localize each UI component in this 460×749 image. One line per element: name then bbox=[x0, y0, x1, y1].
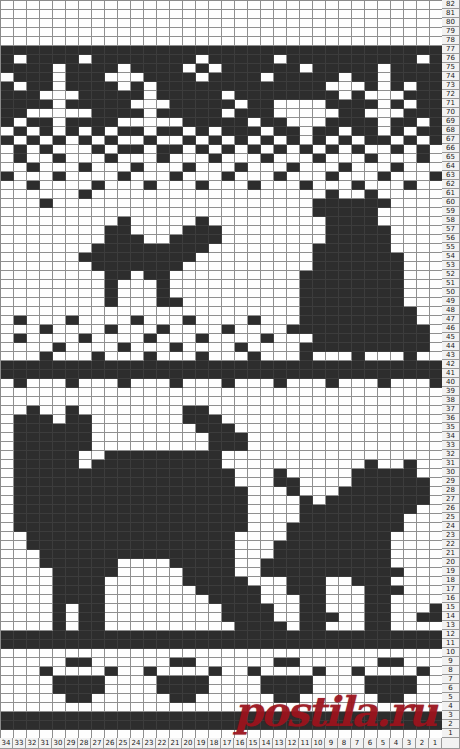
grid-cell bbox=[92, 667, 105, 676]
grid-cell bbox=[170, 676, 183, 685]
grid-cell bbox=[118, 280, 131, 289]
grid-cell bbox=[131, 82, 144, 91]
grid-cell bbox=[313, 667, 326, 676]
grid-cell bbox=[274, 613, 287, 622]
grid-cell bbox=[300, 460, 313, 469]
grid-cell bbox=[27, 235, 40, 244]
grid-cell bbox=[417, 181, 430, 190]
grid-cell bbox=[313, 208, 326, 217]
grid-cell bbox=[92, 496, 105, 505]
grid-cell bbox=[40, 613, 53, 622]
grid-cell bbox=[196, 577, 209, 586]
grid-cell bbox=[27, 379, 40, 388]
grid-cell bbox=[209, 406, 222, 415]
grid-cell bbox=[118, 82, 131, 91]
grid-cell bbox=[183, 154, 196, 163]
grid-cell bbox=[404, 307, 417, 316]
grid-cell bbox=[391, 604, 404, 613]
grid-cell bbox=[378, 82, 391, 91]
grid-cell bbox=[287, 388, 300, 397]
grid-cell bbox=[235, 415, 248, 424]
col-label: 11 bbox=[299, 738, 312, 749]
grid-cell bbox=[222, 703, 235, 712]
grid-cell bbox=[105, 82, 118, 91]
grid-cell bbox=[339, 469, 352, 478]
grid-cell bbox=[313, 487, 326, 496]
grid-cell bbox=[339, 676, 352, 685]
grid-cell bbox=[274, 397, 287, 406]
grid-cell bbox=[40, 325, 53, 334]
grid-cell bbox=[313, 82, 326, 91]
grid-cell bbox=[235, 577, 248, 586]
grid-cell bbox=[53, 55, 66, 64]
grid-cell bbox=[92, 325, 105, 334]
grid-cell bbox=[144, 361, 157, 370]
grid-cell bbox=[1, 19, 14, 28]
grid-cell bbox=[118, 100, 131, 109]
grid-cell bbox=[404, 622, 417, 631]
grid-cell bbox=[118, 505, 131, 514]
grid-cell bbox=[391, 325, 404, 334]
grid-cell bbox=[183, 127, 196, 136]
row-label: 79 bbox=[442, 27, 460, 36]
grid-cell bbox=[417, 289, 430, 298]
grid-cell bbox=[92, 487, 105, 496]
grid-cell bbox=[27, 253, 40, 262]
grid-cell bbox=[14, 46, 27, 55]
grid-cell bbox=[352, 559, 365, 568]
grid-cell bbox=[131, 613, 144, 622]
grid-cell bbox=[222, 442, 235, 451]
grid-cell bbox=[66, 406, 79, 415]
grid-cell bbox=[105, 361, 118, 370]
grid-cell bbox=[53, 343, 66, 352]
grid-cell bbox=[118, 451, 131, 460]
grid-cell bbox=[170, 649, 183, 658]
grid-cell bbox=[235, 145, 248, 154]
grid-cell bbox=[209, 73, 222, 82]
grid-cell bbox=[14, 262, 27, 271]
grid-cell bbox=[118, 73, 131, 82]
grid-cell bbox=[196, 487, 209, 496]
grid-cell bbox=[248, 343, 261, 352]
grid-cell bbox=[118, 415, 131, 424]
row-label: 71 bbox=[442, 99, 460, 108]
grid-cell bbox=[248, 676, 261, 685]
grid-cell bbox=[300, 91, 313, 100]
grid-cell bbox=[404, 604, 417, 613]
grid-cell bbox=[339, 172, 352, 181]
grid-cell bbox=[365, 226, 378, 235]
grid-cell bbox=[404, 649, 417, 658]
grid-cell bbox=[417, 325, 430, 334]
grid-cell bbox=[170, 496, 183, 505]
grid-cell bbox=[326, 10, 339, 19]
grid-cell bbox=[131, 631, 144, 640]
grid-cell bbox=[313, 244, 326, 253]
grid-cell bbox=[365, 667, 378, 676]
grid-cell bbox=[183, 208, 196, 217]
grid-cell bbox=[105, 388, 118, 397]
grid-cell bbox=[14, 361, 27, 370]
grid-cell bbox=[170, 568, 183, 577]
grid-cell bbox=[313, 568, 326, 577]
grid-cell bbox=[274, 280, 287, 289]
grid-cell bbox=[131, 604, 144, 613]
grid-cell bbox=[92, 550, 105, 559]
grid-cell bbox=[40, 469, 53, 478]
grid-cell bbox=[209, 460, 222, 469]
grid-cell bbox=[391, 676, 404, 685]
grid-cell bbox=[339, 280, 352, 289]
grid-cell bbox=[144, 712, 157, 721]
grid-cell bbox=[222, 523, 235, 532]
grid-cell bbox=[27, 541, 40, 550]
grid-cell bbox=[391, 55, 404, 64]
grid-cell bbox=[261, 712, 274, 721]
grid-cell bbox=[339, 442, 352, 451]
grid-cell bbox=[66, 469, 79, 478]
grid-cell bbox=[339, 424, 352, 433]
grid-cell bbox=[378, 145, 391, 154]
grid-cell bbox=[339, 415, 352, 424]
grid-cell bbox=[1, 10, 14, 19]
row-label: 47 bbox=[442, 315, 460, 324]
grid-cell bbox=[131, 649, 144, 658]
grid-cell bbox=[53, 217, 66, 226]
grid-cell bbox=[235, 226, 248, 235]
grid-cell bbox=[274, 721, 287, 730]
row-label: 50 bbox=[442, 288, 460, 297]
grid-cell bbox=[170, 280, 183, 289]
grid-cell bbox=[417, 406, 430, 415]
row-label: 31 bbox=[442, 459, 460, 468]
row-label: 68 bbox=[442, 126, 460, 135]
grid-cell bbox=[352, 406, 365, 415]
grid-cell bbox=[66, 10, 79, 19]
grid-cell bbox=[222, 127, 235, 136]
grid-cell bbox=[365, 100, 378, 109]
grid-cell bbox=[287, 460, 300, 469]
grid-cell bbox=[287, 145, 300, 154]
grid-cell bbox=[40, 478, 53, 487]
grid-cell bbox=[404, 433, 417, 442]
grid-cell bbox=[326, 118, 339, 127]
grid-cell bbox=[14, 289, 27, 298]
grid-cell bbox=[222, 397, 235, 406]
grid-cell bbox=[53, 568, 66, 577]
grid-cell bbox=[326, 127, 339, 136]
grid-cell bbox=[144, 181, 157, 190]
grid-cell bbox=[352, 262, 365, 271]
grid-cell bbox=[378, 676, 391, 685]
grid-cell bbox=[339, 721, 352, 730]
grid-cell bbox=[196, 514, 209, 523]
grid-cell bbox=[157, 559, 170, 568]
grid-cell bbox=[365, 127, 378, 136]
grid-cell bbox=[40, 343, 53, 352]
grid-cell bbox=[170, 424, 183, 433]
grid-cell bbox=[248, 559, 261, 568]
grid-cell bbox=[105, 613, 118, 622]
grid-cell bbox=[118, 541, 131, 550]
grid-cell bbox=[66, 46, 79, 55]
grid-cell bbox=[1, 244, 14, 253]
grid-cell bbox=[261, 397, 274, 406]
grid-cell bbox=[300, 109, 313, 118]
grid-cell bbox=[261, 622, 274, 631]
grid-cell bbox=[66, 505, 79, 514]
grid-cell bbox=[404, 370, 417, 379]
grid-cell bbox=[157, 181, 170, 190]
grid-cell bbox=[365, 640, 378, 649]
grid-cell bbox=[1, 469, 14, 478]
grid-cell bbox=[131, 712, 144, 721]
grid-cell bbox=[40, 703, 53, 712]
grid-cell bbox=[378, 505, 391, 514]
grid-cell bbox=[92, 163, 105, 172]
grid-cell bbox=[261, 64, 274, 73]
grid-cell bbox=[209, 703, 222, 712]
grid-cell bbox=[326, 1, 339, 10]
grid-cell bbox=[222, 532, 235, 541]
grid-cell bbox=[92, 55, 105, 64]
grid-cell bbox=[105, 334, 118, 343]
grid-cell bbox=[313, 190, 326, 199]
grid-cell bbox=[339, 559, 352, 568]
grid-cell bbox=[92, 37, 105, 46]
grid-cell bbox=[183, 460, 196, 469]
grid-cell bbox=[1, 91, 14, 100]
grid-cell bbox=[196, 334, 209, 343]
row-label: 16 bbox=[442, 594, 460, 603]
grid-cell bbox=[183, 145, 196, 154]
grid-cell bbox=[248, 19, 261, 28]
grid-cell bbox=[92, 541, 105, 550]
grid-cell bbox=[105, 415, 118, 424]
grid-cell bbox=[27, 64, 40, 73]
grid-cell bbox=[378, 28, 391, 37]
grid-cell bbox=[378, 712, 391, 721]
grid-cell bbox=[183, 280, 196, 289]
grid-cell bbox=[300, 622, 313, 631]
grid-cell bbox=[326, 703, 339, 712]
grid-cell bbox=[14, 622, 27, 631]
grid-cell bbox=[248, 397, 261, 406]
grid-cell bbox=[378, 235, 391, 244]
grid-cell bbox=[287, 379, 300, 388]
grid-cell bbox=[79, 100, 92, 109]
grid-cell bbox=[326, 73, 339, 82]
grid-cell bbox=[53, 415, 66, 424]
grid-cell bbox=[326, 253, 339, 262]
grid-cell bbox=[53, 397, 66, 406]
grid-cell bbox=[183, 451, 196, 460]
grid-cell bbox=[352, 649, 365, 658]
grid-cell bbox=[404, 361, 417, 370]
grid-cell bbox=[170, 19, 183, 28]
grid-cell bbox=[313, 460, 326, 469]
grid-cell bbox=[404, 280, 417, 289]
grid-cell bbox=[300, 307, 313, 316]
grid-cell bbox=[92, 280, 105, 289]
grid-cell bbox=[79, 118, 92, 127]
grid-cell bbox=[40, 64, 53, 73]
grid-cell bbox=[1, 406, 14, 415]
grid-cell bbox=[118, 127, 131, 136]
grid-cell bbox=[404, 694, 417, 703]
row-label: 30 bbox=[442, 468, 460, 477]
grid-cell bbox=[352, 181, 365, 190]
grid-cell bbox=[274, 127, 287, 136]
grid-cell bbox=[313, 451, 326, 460]
grid-cell bbox=[339, 64, 352, 73]
col-label: 1 bbox=[429, 738, 442, 749]
grid-cell bbox=[196, 541, 209, 550]
grid-cell bbox=[287, 424, 300, 433]
grid-cell bbox=[274, 136, 287, 145]
grid-cell bbox=[92, 334, 105, 343]
grid-cell bbox=[274, 478, 287, 487]
grid-cell bbox=[339, 568, 352, 577]
grid-cell bbox=[326, 82, 339, 91]
grid-cell bbox=[170, 136, 183, 145]
grid-cell bbox=[391, 91, 404, 100]
grid-cell bbox=[248, 424, 261, 433]
grid-cell bbox=[274, 424, 287, 433]
grid-cell bbox=[144, 334, 157, 343]
grid-cell bbox=[248, 298, 261, 307]
grid-cell bbox=[1, 73, 14, 82]
row-label: 82 bbox=[442, 0, 460, 9]
grid-cell bbox=[144, 388, 157, 397]
grid-cell bbox=[274, 91, 287, 100]
grid-cell bbox=[274, 289, 287, 298]
grid-cell bbox=[118, 55, 131, 64]
grid-cell bbox=[300, 406, 313, 415]
grid-cell bbox=[183, 685, 196, 694]
grid-cell bbox=[79, 658, 92, 667]
row-label: 37 bbox=[442, 405, 460, 414]
grid-cell bbox=[183, 478, 196, 487]
grid-cell bbox=[261, 118, 274, 127]
grid-cell bbox=[118, 298, 131, 307]
grid-cell bbox=[248, 451, 261, 460]
grid-cell bbox=[352, 487, 365, 496]
grid-cell bbox=[300, 280, 313, 289]
grid-cell bbox=[27, 685, 40, 694]
grid-cell bbox=[339, 262, 352, 271]
grid-cell bbox=[339, 496, 352, 505]
grid-cell bbox=[209, 604, 222, 613]
grid-cell bbox=[378, 550, 391, 559]
grid-cell bbox=[196, 109, 209, 118]
grid-cell bbox=[378, 19, 391, 28]
grid-cell bbox=[105, 451, 118, 460]
grid-cell bbox=[326, 415, 339, 424]
grid-cell bbox=[209, 640, 222, 649]
row-label: 81 bbox=[442, 9, 460, 18]
grid-cell bbox=[157, 262, 170, 271]
row-label: 38 bbox=[442, 396, 460, 405]
grid-cell bbox=[417, 1, 430, 10]
grid-cell bbox=[92, 82, 105, 91]
grid-cell bbox=[183, 109, 196, 118]
grid-cell bbox=[170, 307, 183, 316]
grid-cell bbox=[352, 172, 365, 181]
grid-cell bbox=[183, 721, 196, 730]
grid-cell bbox=[157, 649, 170, 658]
grid-cell bbox=[105, 271, 118, 280]
grid-cell bbox=[209, 235, 222, 244]
grid-cell bbox=[27, 370, 40, 379]
grid-cell bbox=[261, 181, 274, 190]
grid-cell bbox=[40, 460, 53, 469]
grid-cell bbox=[300, 703, 313, 712]
grid-cell bbox=[365, 73, 378, 82]
grid-cell bbox=[391, 352, 404, 361]
grid-cell bbox=[261, 658, 274, 667]
grid-cell bbox=[326, 55, 339, 64]
grid-cell bbox=[118, 568, 131, 577]
grid-cell bbox=[118, 721, 131, 730]
grid-cell bbox=[261, 334, 274, 343]
grid-cell bbox=[1, 262, 14, 271]
grid-cell bbox=[79, 460, 92, 469]
grid-cell bbox=[365, 388, 378, 397]
grid-cell bbox=[196, 190, 209, 199]
grid-cell bbox=[261, 586, 274, 595]
grid-cell bbox=[183, 190, 196, 199]
grid-cell bbox=[417, 514, 430, 523]
grid-cell bbox=[417, 172, 430, 181]
grid-cell bbox=[248, 640, 261, 649]
grid-cell bbox=[66, 379, 79, 388]
grid-cell bbox=[79, 541, 92, 550]
grid-cell bbox=[391, 721, 404, 730]
grid-cell bbox=[157, 154, 170, 163]
grid-cell bbox=[391, 298, 404, 307]
grid-cell bbox=[118, 1, 131, 10]
grid-cell bbox=[131, 307, 144, 316]
grid-cell bbox=[404, 118, 417, 127]
grid-cell bbox=[118, 334, 131, 343]
grid-cell bbox=[144, 496, 157, 505]
grid-cell bbox=[365, 190, 378, 199]
grid-cell bbox=[144, 316, 157, 325]
grid-cell bbox=[404, 424, 417, 433]
grid-cell bbox=[183, 370, 196, 379]
grid-cell bbox=[378, 559, 391, 568]
grid-cell bbox=[417, 118, 430, 127]
col-label: 29 bbox=[65, 738, 78, 749]
col-label: 13 bbox=[273, 738, 286, 749]
grid-cell bbox=[300, 217, 313, 226]
grid-cell bbox=[92, 118, 105, 127]
grid-cell bbox=[417, 46, 430, 55]
grid-cell bbox=[287, 649, 300, 658]
grid-cell bbox=[352, 217, 365, 226]
grid-cell bbox=[1, 226, 14, 235]
grid-cell bbox=[66, 586, 79, 595]
grid-cell bbox=[40, 316, 53, 325]
grid-cell bbox=[339, 334, 352, 343]
grid-cell bbox=[118, 145, 131, 154]
grid-cell bbox=[326, 442, 339, 451]
grid-cell bbox=[391, 451, 404, 460]
grid-cell bbox=[287, 478, 300, 487]
grid-cell bbox=[248, 442, 261, 451]
